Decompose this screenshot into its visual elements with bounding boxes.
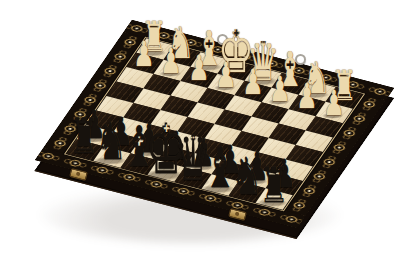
chess-set-photo: ♜♞♝♛•••♚✚♝♞♜♟♟♟♟♟♟♟♟♟♟♟♟♟♟♟♟♜♞♝♛•••♚✚♝♞♜ — [0, 0, 420, 259]
hinge-icon — [217, 34, 228, 45]
hinge-icon — [295, 54, 306, 65]
king-cross-finial: ✚ — [233, 29, 237, 38]
queen-coronet-finial: ••• — [260, 40, 265, 46]
